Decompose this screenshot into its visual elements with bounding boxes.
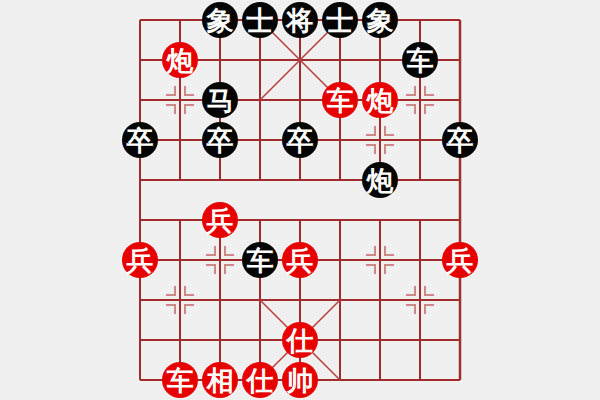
- piece-red-general[interactable]: 帅: [282, 362, 318, 398]
- piece-red-chariot[interactable]: 车: [322, 82, 358, 118]
- piece-red-soldier[interactable]: 兵: [442, 242, 478, 278]
- piece-red-advisor[interactable]: 仕: [282, 322, 318, 358]
- piece-black-advisor[interactable]: 士: [242, 2, 278, 38]
- piece-black-general[interactable]: 将: [282, 2, 318, 38]
- piece-red-chariot[interactable]: 车: [162, 362, 198, 398]
- piece-black-elephant[interactable]: 象: [362, 2, 398, 38]
- piece-black-soldier[interactable]: 卒: [122, 122, 158, 158]
- piece-black-cannon[interactable]: 炮: [362, 162, 398, 198]
- piece-black-elephant[interactable]: 象: [202, 2, 238, 38]
- piece-red-soldier[interactable]: 兵: [282, 242, 318, 278]
- piece-black-soldier[interactable]: 卒: [282, 122, 318, 158]
- piece-black-soldier[interactable]: 卒: [442, 122, 478, 158]
- piece-black-advisor[interactable]: 士: [322, 2, 358, 38]
- piece-red-soldier[interactable]: 兵: [122, 242, 158, 278]
- piece-black-chariot[interactable]: 车: [242, 242, 278, 278]
- piece-red-soldier[interactable]: 兵: [202, 202, 238, 238]
- piece-black-chariot[interactable]: 车: [402, 42, 438, 78]
- piece-red-elephant[interactable]: 相: [202, 362, 238, 398]
- piece-red-cannon[interactable]: 炮: [362, 82, 398, 118]
- piece-black-horse[interactable]: 马: [202, 82, 238, 118]
- board-grid[interactable]: 象士将士象炮车马车炮卒卒卒卒炮兵兵车兵兵仕车相仕帅: [120, 0, 480, 400]
- piece-red-advisor[interactable]: 仕: [242, 362, 278, 398]
- piece-black-soldier[interactable]: 卒: [202, 122, 238, 158]
- piece-red-cannon[interactable]: 炮: [162, 42, 198, 78]
- xiangqi-board: 象士将士象炮车马车炮卒卒卒卒炮兵兵车兵兵仕车相仕帅: [0, 0, 600, 400]
